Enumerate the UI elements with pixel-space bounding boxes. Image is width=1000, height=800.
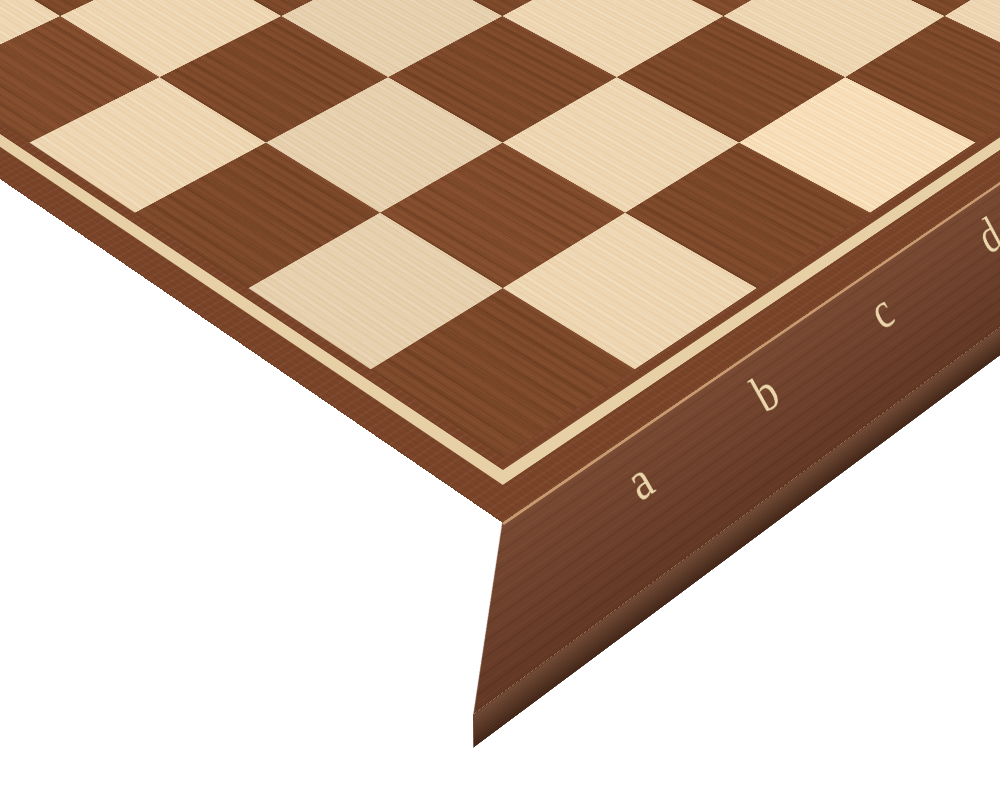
file-label-b: b	[734, 357, 795, 428]
photo-background: abcdefgh 12345678	[0, 0, 1000, 800]
rank-label-4: 4	[0, 204, 42, 269]
rank-label-2: 2	[210, 358, 271, 429]
file-label-d: d	[962, 203, 1000, 268]
board-top-face: abcdefgh 12345678	[0, 0, 1000, 523]
file-label-a: a	[607, 443, 672, 518]
rank-label-1: 1	[333, 444, 398, 519]
file-label-c: c	[853, 277, 910, 345]
rank-label-3: 3	[95, 278, 152, 346]
